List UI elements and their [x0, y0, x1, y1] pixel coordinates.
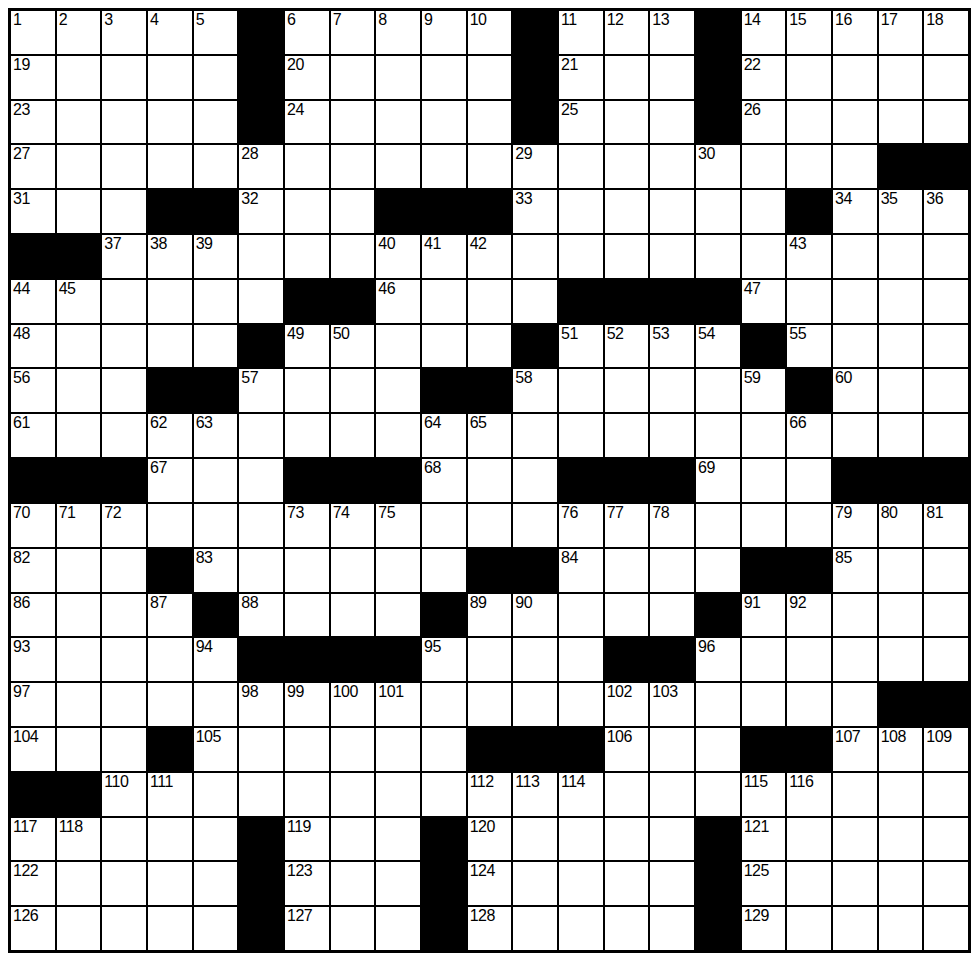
grid-cell[interactable] — [605, 101, 649, 144]
grid-cell[interactable] — [833, 818, 877, 861]
grid-cell[interactable] — [148, 280, 192, 323]
grid-cell[interactable]: 35 — [879, 190, 923, 233]
grid-cell[interactable] — [239, 549, 283, 592]
grid-cell[interactable]: 110 — [102, 773, 146, 816]
grid-cell[interactable]: 129 — [742, 907, 786, 950]
grid-cell[interactable]: 87 — [148, 594, 192, 637]
grid-cell[interactable] — [285, 145, 329, 188]
grid-cell[interactable] — [879, 594, 923, 637]
grid-cell[interactable] — [194, 504, 238, 547]
grid-cell[interactable] — [285, 414, 329, 457]
grid-cell[interactable] — [194, 818, 238, 861]
grid-cell[interactable]: 80 — [879, 504, 923, 547]
grid-cell[interactable] — [742, 683, 786, 726]
grid-cell[interactable] — [376, 594, 420, 637]
grid-cell[interactable] — [879, 549, 923, 592]
grid-cell[interactable]: 91 — [742, 594, 786, 637]
grid-cell[interactable] — [559, 190, 603, 233]
grid-cell[interactable]: 15 — [787, 11, 831, 54]
grid-cell[interactable]: 123 — [285, 862, 329, 905]
grid-cell[interactable]: 28 — [239, 145, 283, 188]
grid-cell[interactable] — [148, 56, 192, 99]
grid-cell[interactable]: 57 — [239, 369, 283, 412]
grid-cell[interactable] — [513, 235, 557, 278]
grid-cell[interactable] — [559, 683, 603, 726]
grid-cell[interactable] — [833, 145, 877, 188]
grid-cell[interactable]: 8 — [376, 11, 420, 54]
grid-cell[interactable] — [102, 56, 146, 99]
grid-cell[interactable]: 114 — [559, 773, 603, 816]
grid-cell[interactable] — [422, 280, 466, 323]
grid-cell[interactable]: 62 — [148, 414, 192, 457]
grid-cell[interactable] — [422, 773, 466, 816]
grid-cell[interactable]: 9 — [422, 11, 466, 54]
grid-cell[interactable] — [57, 907, 101, 950]
grid-cell[interactable] — [102, 325, 146, 368]
grid-cell[interactable] — [605, 369, 649, 412]
grid-cell[interactable] — [376, 728, 420, 771]
grid-cell[interactable]: 29 — [513, 145, 557, 188]
grid-cell[interactable]: 82 — [11, 549, 55, 592]
grid-cell[interactable] — [376, 862, 420, 905]
grid-cell[interactable] — [605, 862, 649, 905]
grid-cell[interactable] — [239, 280, 283, 323]
grid-cell[interactable] — [924, 56, 968, 99]
grid-cell[interactable]: 126 — [11, 907, 55, 950]
grid-cell[interactable] — [787, 638, 831, 681]
grid-cell[interactable]: 115 — [742, 773, 786, 816]
grid-cell[interactable] — [331, 235, 375, 278]
grid-cell[interactable] — [924, 773, 968, 816]
grid-cell[interactable]: 97 — [11, 683, 55, 726]
grid-cell[interactable]: 76 — [559, 504, 603, 547]
grid-cell[interactable] — [331, 549, 375, 592]
grid-cell[interactable] — [422, 504, 466, 547]
grid-cell[interactable] — [57, 414, 101, 457]
grid-cell[interactable] — [650, 549, 694, 592]
grid-cell[interactable] — [102, 549, 146, 592]
grid-cell[interactable] — [513, 683, 557, 726]
grid-cell[interactable] — [833, 907, 877, 950]
grid-cell[interactable] — [331, 818, 375, 861]
grid-cell[interactable] — [239, 459, 283, 502]
grid-cell[interactable] — [148, 683, 192, 726]
grid-cell[interactable] — [559, 414, 603, 457]
grid-cell[interactable] — [742, 414, 786, 457]
grid-cell[interactable] — [833, 683, 877, 726]
grid-cell[interactable] — [148, 325, 192, 368]
grid-cell[interactable]: 5 — [194, 11, 238, 54]
grid-cell[interactable] — [148, 145, 192, 188]
grid-cell[interactable] — [787, 56, 831, 99]
grid-cell[interactable] — [57, 56, 101, 99]
grid-cell[interactable]: 10 — [468, 11, 512, 54]
grid-cell[interactable] — [468, 101, 512, 144]
grid-cell[interactable] — [924, 235, 968, 278]
grid-cell[interactable]: 21 — [559, 56, 603, 99]
grid-cell[interactable] — [513, 459, 557, 502]
grid-cell[interactable] — [468, 459, 512, 502]
grid-cell[interactable] — [559, 369, 603, 412]
grid-cell[interactable] — [833, 235, 877, 278]
grid-cell[interactable] — [57, 862, 101, 905]
grid-cell[interactable]: 12 — [605, 11, 649, 54]
grid-cell[interactable] — [742, 235, 786, 278]
grid-cell[interactable]: 32 — [239, 190, 283, 233]
grid-cell[interactable] — [696, 235, 740, 278]
grid-cell[interactable] — [148, 504, 192, 547]
grid-cell[interactable]: 61 — [11, 414, 55, 457]
grid-cell[interactable] — [833, 101, 877, 144]
grid-cell[interactable]: 3 — [102, 11, 146, 54]
grid-cell[interactable]: 39 — [194, 235, 238, 278]
grid-cell[interactable] — [376, 145, 420, 188]
grid-cell[interactable] — [833, 414, 877, 457]
grid-cell[interactable] — [148, 907, 192, 950]
grid-cell[interactable] — [102, 145, 146, 188]
grid-cell[interactable]: 48 — [11, 325, 55, 368]
grid-cell[interactable] — [650, 907, 694, 950]
grid-cell[interactable]: 55 — [787, 325, 831, 368]
grid-cell[interactable] — [285, 190, 329, 233]
grid-cell[interactable]: 94 — [194, 638, 238, 681]
grid-cell[interactable] — [879, 56, 923, 99]
grid-cell[interactable] — [650, 862, 694, 905]
grid-cell[interactable] — [833, 638, 877, 681]
grid-cell[interactable]: 22 — [742, 56, 786, 99]
grid-cell[interactable] — [239, 773, 283, 816]
grid-cell[interactable]: 122 — [11, 862, 55, 905]
grid-cell[interactable]: 118 — [57, 818, 101, 861]
grid-cell[interactable]: 107 — [833, 728, 877, 771]
grid-cell[interactable] — [787, 818, 831, 861]
grid-cell[interactable] — [285, 728, 329, 771]
grid-cell[interactable] — [924, 369, 968, 412]
grid-cell[interactable]: 77 — [605, 504, 649, 547]
grid-cell[interactable]: 90 — [513, 594, 557, 637]
grid-cell[interactable] — [331, 190, 375, 233]
grid-cell[interactable]: 53 — [650, 325, 694, 368]
grid-cell[interactable] — [879, 325, 923, 368]
grid-cell[interactable] — [879, 907, 923, 950]
grid-cell[interactable] — [376, 818, 420, 861]
grid-cell[interactable]: 26 — [742, 101, 786, 144]
grid-cell[interactable]: 84 — [559, 549, 603, 592]
grid-cell[interactable] — [605, 549, 649, 592]
grid-cell[interactable] — [696, 414, 740, 457]
grid-cell[interactable] — [879, 638, 923, 681]
grid-cell[interactable]: 89 — [468, 594, 512, 637]
grid-cell[interactable] — [696, 504, 740, 547]
grid-cell[interactable] — [650, 369, 694, 412]
grid-cell[interactable]: 16 — [833, 11, 877, 54]
grid-cell[interactable] — [468, 56, 512, 99]
grid-cell[interactable] — [924, 414, 968, 457]
grid-cell[interactable] — [513, 504, 557, 547]
grid-cell[interactable]: 112 — [468, 773, 512, 816]
grid-cell[interactable] — [879, 862, 923, 905]
grid-cell[interactable]: 71 — [57, 504, 101, 547]
grid-cell[interactable] — [879, 369, 923, 412]
grid-cell[interactable] — [57, 728, 101, 771]
grid-cell[interactable] — [194, 773, 238, 816]
grid-cell[interactable]: 18 — [924, 11, 968, 54]
grid-cell[interactable] — [924, 101, 968, 144]
grid-cell[interactable]: 93 — [11, 638, 55, 681]
grid-cell[interactable] — [650, 728, 694, 771]
grid-cell[interactable] — [239, 728, 283, 771]
grid-cell[interactable]: 40 — [376, 235, 420, 278]
grid-cell[interactable] — [285, 549, 329, 592]
grid-cell[interactable]: 63 — [194, 414, 238, 457]
grid-cell[interactable] — [422, 683, 466, 726]
grid-cell[interactable] — [331, 862, 375, 905]
grid-cell[interactable]: 73 — [285, 504, 329, 547]
grid-cell[interactable] — [559, 145, 603, 188]
grid-cell[interactable] — [742, 145, 786, 188]
grid-cell[interactable]: 119 — [285, 818, 329, 861]
grid-cell[interactable] — [559, 594, 603, 637]
grid-cell[interactable] — [468, 325, 512, 368]
grid-cell[interactable]: 74 — [331, 504, 375, 547]
grid-cell[interactable] — [194, 145, 238, 188]
grid-cell[interactable] — [742, 459, 786, 502]
grid-cell[interactable] — [148, 101, 192, 144]
grid-cell[interactable]: 7 — [331, 11, 375, 54]
grid-cell[interactable] — [559, 907, 603, 950]
grid-cell[interactable] — [924, 818, 968, 861]
grid-cell[interactable] — [787, 145, 831, 188]
grid-cell[interactable]: 6 — [285, 11, 329, 54]
grid-cell[interactable] — [787, 907, 831, 950]
grid-cell[interactable] — [102, 414, 146, 457]
grid-cell[interactable]: 27 — [11, 145, 55, 188]
grid-cell[interactable] — [650, 56, 694, 99]
grid-cell[interactable] — [605, 56, 649, 99]
grid-cell[interactable]: 44 — [11, 280, 55, 323]
grid-cell[interactable]: 102 — [605, 683, 649, 726]
grid-cell[interactable] — [57, 369, 101, 412]
grid-cell[interactable]: 68 — [422, 459, 466, 502]
grid-cell[interactable] — [331, 907, 375, 950]
grid-cell[interactable]: 37 — [102, 235, 146, 278]
grid-cell[interactable] — [924, 325, 968, 368]
grid-cell[interactable] — [879, 101, 923, 144]
grid-cell[interactable]: 78 — [650, 504, 694, 547]
grid-cell[interactable]: 47 — [742, 280, 786, 323]
grid-cell[interactable]: 70 — [11, 504, 55, 547]
grid-cell[interactable] — [239, 414, 283, 457]
grid-cell[interactable]: 43 — [787, 235, 831, 278]
grid-cell[interactable]: 23 — [11, 101, 55, 144]
grid-cell[interactable] — [696, 549, 740, 592]
grid-cell[interactable] — [468, 145, 512, 188]
grid-cell[interactable] — [331, 594, 375, 637]
grid-cell[interactable] — [194, 280, 238, 323]
grid-cell[interactable]: 106 — [605, 728, 649, 771]
grid-cell[interactable]: 72 — [102, 504, 146, 547]
grid-cell[interactable]: 99 — [285, 683, 329, 726]
grid-cell[interactable]: 20 — [285, 56, 329, 99]
grid-cell[interactable]: 56 — [11, 369, 55, 412]
grid-cell[interactable] — [102, 369, 146, 412]
grid-cell[interactable] — [376, 56, 420, 99]
grid-cell[interactable]: 41 — [422, 235, 466, 278]
grid-cell[interactable]: 51 — [559, 325, 603, 368]
grid-cell[interactable] — [194, 683, 238, 726]
grid-cell[interactable]: 25 — [559, 101, 603, 144]
grid-cell[interactable] — [102, 683, 146, 726]
grid-cell[interactable]: 38 — [148, 235, 192, 278]
grid-cell[interactable] — [468, 504, 512, 547]
grid-cell[interactable] — [331, 369, 375, 412]
grid-cell[interactable] — [239, 235, 283, 278]
grid-cell[interactable] — [376, 907, 420, 950]
grid-cell[interactable]: 49 — [285, 325, 329, 368]
grid-cell[interactable]: 113 — [513, 773, 557, 816]
grid-cell[interactable]: 108 — [879, 728, 923, 771]
grid-cell[interactable] — [57, 325, 101, 368]
grid-cell[interactable] — [285, 773, 329, 816]
grid-cell[interactable] — [605, 773, 649, 816]
grid-cell[interactable] — [879, 235, 923, 278]
grid-cell[interactable] — [194, 325, 238, 368]
grid-cell[interactable] — [285, 594, 329, 637]
grid-cell[interactable]: 42 — [468, 235, 512, 278]
grid-cell[interactable]: 125 — [742, 862, 786, 905]
grid-cell[interactable]: 83 — [194, 549, 238, 592]
grid-cell[interactable]: 100 — [331, 683, 375, 726]
grid-cell[interactable] — [879, 818, 923, 861]
grid-cell[interactable]: 64 — [422, 414, 466, 457]
grid-cell[interactable]: 116 — [787, 773, 831, 816]
grid-cell[interactable] — [650, 773, 694, 816]
grid-cell[interactable] — [924, 907, 968, 950]
grid-cell[interactable]: 95 — [422, 638, 466, 681]
grid-cell[interactable] — [650, 594, 694, 637]
grid-cell[interactable] — [376, 369, 420, 412]
grid-cell[interactable]: 17 — [879, 11, 923, 54]
grid-cell[interactable] — [787, 862, 831, 905]
grid-cell[interactable] — [194, 907, 238, 950]
grid-cell[interactable] — [559, 818, 603, 861]
grid-cell[interactable]: 121 — [742, 818, 786, 861]
grid-cell[interactable] — [422, 56, 466, 99]
grid-cell[interactable] — [148, 818, 192, 861]
grid-cell[interactable] — [742, 638, 786, 681]
grid-cell[interactable] — [650, 235, 694, 278]
grid-cell[interactable] — [605, 818, 649, 861]
grid-cell[interactable]: 19 — [11, 56, 55, 99]
grid-cell[interactable]: 34 — [833, 190, 877, 233]
grid-cell[interactable] — [513, 414, 557, 457]
grid-cell[interactable] — [57, 549, 101, 592]
grid-cell[interactable] — [331, 145, 375, 188]
grid-cell[interactable] — [194, 459, 238, 502]
grid-cell[interactable] — [833, 325, 877, 368]
grid-cell[interactable]: 4 — [148, 11, 192, 54]
grid-cell[interactable] — [605, 594, 649, 637]
grid-cell[interactable] — [102, 101, 146, 144]
grid-cell[interactable] — [787, 280, 831, 323]
grid-cell[interactable] — [650, 101, 694, 144]
grid-cell[interactable] — [696, 728, 740, 771]
grid-cell[interactable]: 109 — [924, 728, 968, 771]
grid-cell[interactable] — [57, 594, 101, 637]
grid-cell[interactable] — [468, 683, 512, 726]
grid-cell[interactable] — [331, 101, 375, 144]
grid-cell[interactable] — [742, 190, 786, 233]
grid-cell[interactable]: 98 — [239, 683, 283, 726]
grid-cell[interactable]: 92 — [787, 594, 831, 637]
grid-cell[interactable]: 65 — [468, 414, 512, 457]
grid-cell[interactable]: 128 — [468, 907, 512, 950]
grid-cell[interactable] — [513, 862, 557, 905]
grid-cell[interactable]: 67 — [148, 459, 192, 502]
grid-cell[interactable]: 33 — [513, 190, 557, 233]
grid-cell[interactable] — [696, 369, 740, 412]
grid-cell[interactable] — [468, 638, 512, 681]
grid-cell[interactable] — [559, 862, 603, 905]
grid-cell[interactable] — [194, 862, 238, 905]
grid-cell[interactable] — [422, 145, 466, 188]
grid-cell[interactable] — [102, 818, 146, 861]
grid-cell[interactable] — [559, 235, 603, 278]
grid-cell[interactable]: 13 — [650, 11, 694, 54]
grid-cell[interactable] — [513, 907, 557, 950]
grid-cell[interactable] — [468, 280, 512, 323]
grid-cell[interactable] — [696, 683, 740, 726]
grid-cell[interactable] — [285, 369, 329, 412]
grid-cell[interactable]: 127 — [285, 907, 329, 950]
grid-cell[interactable] — [605, 414, 649, 457]
grid-cell[interactable] — [422, 325, 466, 368]
grid-cell[interactable] — [57, 101, 101, 144]
grid-cell[interactable] — [148, 862, 192, 905]
grid-cell[interactable] — [879, 773, 923, 816]
grid-cell[interactable]: 79 — [833, 504, 877, 547]
grid-cell[interactable] — [331, 414, 375, 457]
grid-cell[interactable]: 86 — [11, 594, 55, 637]
grid-cell[interactable] — [331, 728, 375, 771]
grid-cell[interactable] — [605, 190, 649, 233]
grid-cell[interactable] — [833, 862, 877, 905]
grid-cell[interactable] — [787, 459, 831, 502]
grid-cell[interactable] — [102, 638, 146, 681]
grid-cell[interactable]: 66 — [787, 414, 831, 457]
grid-cell[interactable] — [102, 280, 146, 323]
grid-cell[interactable] — [833, 56, 877, 99]
grid-cell[interactable] — [605, 145, 649, 188]
grid-cell[interactable]: 59 — [742, 369, 786, 412]
grid-cell[interactable]: 124 — [468, 862, 512, 905]
grid-cell[interactable]: 45 — [57, 280, 101, 323]
grid-cell[interactable] — [57, 190, 101, 233]
grid-cell[interactable]: 101 — [376, 683, 420, 726]
grid-cell[interactable] — [924, 280, 968, 323]
grid-cell[interactable]: 85 — [833, 549, 877, 592]
grid-cell[interactable]: 1 — [11, 11, 55, 54]
grid-cell[interactable] — [924, 862, 968, 905]
grid-cell[interactable]: 88 — [239, 594, 283, 637]
grid-cell[interactable]: 46 — [376, 280, 420, 323]
grid-cell[interactable] — [376, 773, 420, 816]
grid-cell[interactable]: 31 — [11, 190, 55, 233]
grid-cell[interactable] — [513, 638, 557, 681]
grid-cell[interactable]: 81 — [924, 504, 968, 547]
grid-cell[interactable] — [605, 235, 649, 278]
grid-cell[interactable]: 111 — [148, 773, 192, 816]
